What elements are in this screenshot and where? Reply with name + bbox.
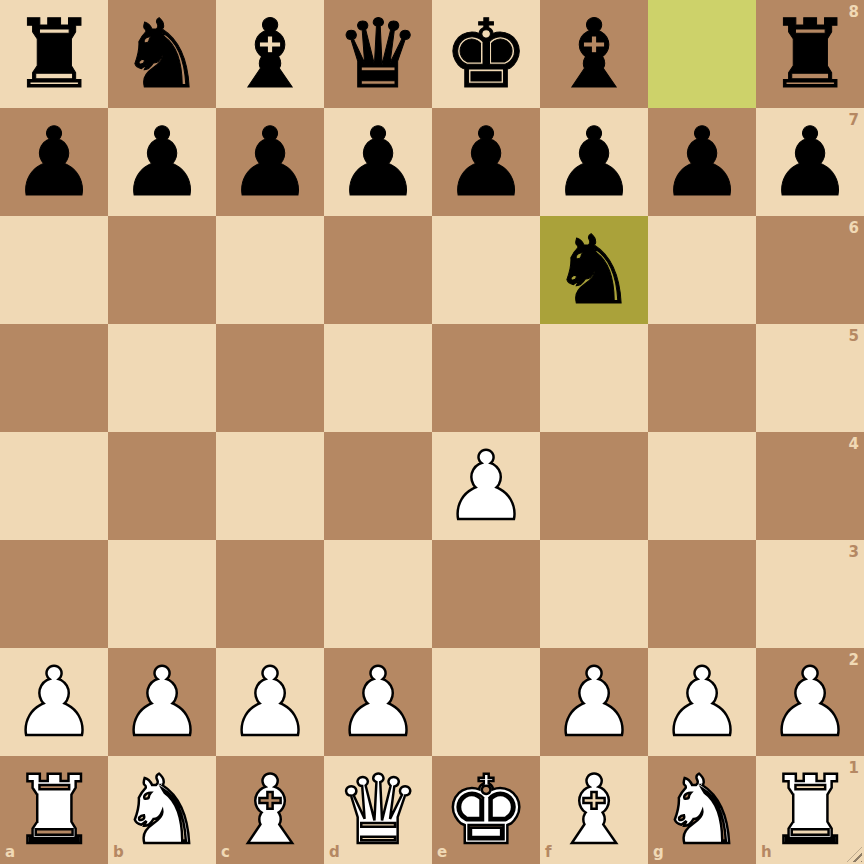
square-g8[interactable] (648, 0, 756, 108)
square-a3[interactable] (0, 540, 108, 648)
square-h3[interactable]: 3 (756, 540, 864, 648)
square-h5[interactable]: 5 (756, 324, 864, 432)
square-h6[interactable]: 6 (756, 216, 864, 324)
square-f8[interactable]: ♝ (540, 0, 648, 108)
square-g5[interactable] (648, 324, 756, 432)
square-g7[interactable]: ♟ (648, 108, 756, 216)
square-c8[interactable]: ♝ (216, 0, 324, 108)
black-queen-piece[interactable]: ♛ (335, 0, 420, 108)
white-pawn-piece[interactable]: ♟ (551, 648, 636, 756)
white-king-piece[interactable]: ♚ (443, 756, 528, 864)
square-g3[interactable] (648, 540, 756, 648)
black-knight-piece[interactable]: ♞ (119, 0, 204, 108)
square-b3[interactable] (108, 540, 216, 648)
square-e3[interactable] (432, 540, 540, 648)
square-d1[interactable]: ♛d (324, 756, 432, 864)
square-f7[interactable]: ♟ (540, 108, 648, 216)
square-d5[interactable] (324, 324, 432, 432)
square-f2[interactable]: ♟ (540, 648, 648, 756)
square-h7[interactable]: ♟7 (756, 108, 864, 216)
white-knight-piece[interactable]: ♞ (119, 756, 204, 864)
square-e4[interactable]: ♟ (432, 432, 540, 540)
black-pawn-piece[interactable]: ♟ (11, 108, 96, 216)
square-a8[interactable]: ♜ (0, 0, 108, 108)
square-e2[interactable] (432, 648, 540, 756)
square-b1[interactable]: ♞b (108, 756, 216, 864)
square-c1[interactable]: ♝c (216, 756, 324, 864)
square-a6[interactable] (0, 216, 108, 324)
square-h8[interactable]: ♜8 (756, 0, 864, 108)
square-d7[interactable]: ♟ (324, 108, 432, 216)
square-c3[interactable] (216, 540, 324, 648)
black-pawn-piece[interactable]: ♟ (227, 108, 312, 216)
square-f4[interactable] (540, 432, 648, 540)
square-c4[interactable] (216, 432, 324, 540)
square-c7[interactable]: ♟ (216, 108, 324, 216)
square-e5[interactable] (432, 324, 540, 432)
white-pawn-piece[interactable]: ♟ (767, 648, 852, 756)
square-g1[interactable]: ♞g (648, 756, 756, 864)
square-h4[interactable]: 4 (756, 432, 864, 540)
square-c2[interactable]: ♟ (216, 648, 324, 756)
black-pawn-piece[interactable]: ♟ (767, 108, 852, 216)
black-bishop-piece[interactable]: ♝ (227, 0, 312, 108)
square-d6[interactable] (324, 216, 432, 324)
square-g6[interactable] (648, 216, 756, 324)
white-pawn-piece[interactable]: ♟ (659, 648, 744, 756)
black-pawn-piece[interactable]: ♟ (443, 108, 528, 216)
square-a5[interactable] (0, 324, 108, 432)
square-b4[interactable] (108, 432, 216, 540)
square-a7[interactable]: ♟ (0, 108, 108, 216)
square-h2[interactable]: ♟2 (756, 648, 864, 756)
square-g2[interactable]: ♟ (648, 648, 756, 756)
square-f5[interactable] (540, 324, 648, 432)
rank-label-4: 4 (849, 437, 859, 452)
white-pawn-piece[interactable]: ♟ (443, 432, 528, 540)
square-a1[interactable]: ♜a (0, 756, 108, 864)
square-d8[interactable]: ♛ (324, 0, 432, 108)
square-f3[interactable] (540, 540, 648, 648)
square-f1[interactable]: ♝f (540, 756, 648, 864)
square-f6[interactable]: ♞ (540, 216, 648, 324)
square-a2[interactable]: ♟ (0, 648, 108, 756)
square-d2[interactable]: ♟ (324, 648, 432, 756)
white-knight-piece[interactable]: ♞ (659, 756, 744, 864)
rank-label-5: 5 (849, 329, 859, 344)
square-e6[interactable] (432, 216, 540, 324)
black-king-piece[interactable]: ♚ (443, 0, 528, 108)
rank-label-6: 6 (849, 221, 859, 236)
black-rook-piece[interactable]: ♜ (767, 0, 852, 108)
square-b5[interactable] (108, 324, 216, 432)
black-knight-piece[interactable]: ♞ (551, 216, 636, 324)
white-rook-piece[interactable]: ♜ (11, 756, 96, 864)
square-h1[interactable]: ♜1h (756, 756, 864, 864)
black-pawn-piece[interactable]: ♟ (659, 108, 744, 216)
square-d3[interactable] (324, 540, 432, 648)
square-b6[interactable] (108, 216, 216, 324)
square-e1[interactable]: ♚e (432, 756, 540, 864)
square-c6[interactable] (216, 216, 324, 324)
square-a4[interactable] (0, 432, 108, 540)
white-bishop-piece[interactable]: ♝ (227, 756, 312, 864)
black-bishop-piece[interactable]: ♝ (551, 0, 636, 108)
square-b2[interactable]: ♟ (108, 648, 216, 756)
white-pawn-piece[interactable]: ♟ (11, 648, 96, 756)
square-e7[interactable]: ♟ (432, 108, 540, 216)
black-pawn-piece[interactable]: ♟ (551, 108, 636, 216)
chess-board: ♜♞♝♛♚♝♜8♟♟♟♟♟♟♟♟7♞65♟43♟♟♟♟♟♟♟2♜a♞b♝c♛d♚… (0, 0, 864, 864)
white-pawn-piece[interactable]: ♟ (119, 648, 204, 756)
square-g4[interactable] (648, 432, 756, 540)
white-rook-piece[interactable]: ♜ (767, 756, 852, 864)
black-pawn-piece[interactable]: ♟ (335, 108, 420, 216)
square-d4[interactable] (324, 432, 432, 540)
square-b8[interactable]: ♞ (108, 0, 216, 108)
white-pawn-piece[interactable]: ♟ (227, 648, 312, 756)
white-pawn-piece[interactable]: ♟ (335, 648, 420, 756)
square-e8[interactable]: ♚ (432, 0, 540, 108)
square-c5[interactable] (216, 324, 324, 432)
white-bishop-piece[interactable]: ♝ (551, 756, 636, 864)
black-rook-piece[interactable]: ♜ (11, 0, 96, 108)
black-pawn-piece[interactable]: ♟ (119, 108, 204, 216)
rank-label-3: 3 (849, 545, 859, 560)
square-b7[interactable]: ♟ (108, 108, 216, 216)
white-queen-piece[interactable]: ♛ (335, 756, 420, 864)
